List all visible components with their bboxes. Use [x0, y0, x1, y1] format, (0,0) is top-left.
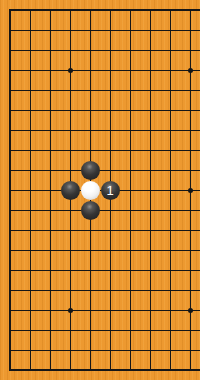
intersection-8-16[interactable] [140, 300, 160, 320]
intersection-2-3[interactable] [20, 40, 40, 60]
intersection-8-15[interactable] [140, 280, 160, 300]
intersection-5-10[interactable] [80, 180, 100, 200]
intersection-5-8[interactable] [80, 140, 100, 160]
intersection-8-3[interactable] [140, 40, 160, 60]
intersection-2-14[interactable] [20, 260, 40, 280]
intersection-7-5[interactable] [120, 80, 140, 100]
intersection-4-7[interactable] [60, 120, 80, 140]
intersection-4-8[interactable] [60, 140, 80, 160]
intersection-9-18[interactable] [160, 340, 180, 360]
intersection-7-17[interactable] [120, 320, 140, 340]
intersection-2-6[interactable] [20, 100, 40, 120]
intersection-9-15[interactable] [160, 280, 180, 300]
intersection-1-6[interactable] [0, 100, 20, 120]
intersection-7-7[interactable] [120, 120, 140, 140]
intersection-7-2[interactable] [120, 20, 140, 40]
intersection-2-11[interactable] [20, 200, 40, 220]
intersection-7-12[interactable] [120, 220, 140, 240]
intersection-9-2[interactable] [160, 20, 180, 40]
star-point [68, 68, 73, 73]
intersection-10-10[interactable] [180, 180, 200, 200]
intersection-7-13[interactable] [120, 240, 140, 260]
intersection-7-3[interactable] [120, 40, 140, 60]
intersection-5-11[interactable] [80, 200, 100, 220]
intersection-5-13[interactable] [80, 240, 100, 260]
intersection-7-10[interactable] [120, 180, 140, 200]
intersection-7-9[interactable] [120, 160, 140, 180]
intersection-10-9[interactable] [180, 160, 200, 180]
intersection-4-15[interactable] [60, 280, 80, 300]
intersection-7-6[interactable] [120, 100, 140, 120]
intersection-6-15[interactable] [100, 280, 120, 300]
intersection-2-1[interactable] [20, 0, 40, 20]
intersection-4-18[interactable] [60, 340, 80, 360]
intersection-10-2[interactable] [180, 20, 200, 40]
intersection-9-6[interactable] [160, 100, 180, 120]
intersection-1-10[interactable] [0, 180, 20, 200]
intersection-8-19[interactable] [140, 360, 160, 380]
intersection-4-12[interactable] [60, 220, 80, 240]
black-stone[interactable] [81, 201, 100, 220]
intersection-1-12[interactable] [0, 220, 20, 240]
intersection-3-19[interactable] [40, 360, 60, 380]
intersection-4-16[interactable] [60, 300, 80, 320]
intersection-6-17[interactable] [100, 320, 120, 340]
intersection-7-15[interactable] [120, 280, 140, 300]
intersection-2-9[interactable] [20, 160, 40, 180]
intersection-3-4[interactable] [40, 60, 60, 80]
white-stone[interactable] [81, 181, 100, 200]
intersection-3-8[interactable] [40, 140, 60, 160]
intersection-9-12[interactable] [160, 220, 180, 240]
intersection-7-4[interactable] [120, 60, 140, 80]
intersection-10-6[interactable] [180, 100, 200, 120]
intersection-9-8[interactable] [160, 140, 180, 160]
intersection-2-10[interactable] [20, 180, 40, 200]
intersection-2-17[interactable] [20, 320, 40, 340]
intersection-2-16[interactable] [20, 300, 40, 320]
intersection-1-15[interactable] [0, 280, 20, 300]
intersection-2-2[interactable] [20, 20, 40, 40]
intersection-1-18[interactable] [0, 340, 20, 360]
intersection-3-9[interactable] [40, 160, 60, 180]
intersection-3-13[interactable] [40, 240, 60, 260]
intersection-3-14[interactable] [40, 260, 60, 280]
intersection-3-6[interactable] [40, 100, 60, 120]
intersection-10-16[interactable] [180, 300, 200, 320]
intersection-3-17[interactable] [40, 320, 60, 340]
intersection-10-17[interactable] [180, 320, 200, 340]
intersection-5-17[interactable] [80, 320, 100, 340]
intersection-5-2[interactable] [80, 20, 100, 40]
intersection-10-19[interactable] [180, 360, 200, 380]
intersection-1-17[interactable] [0, 320, 20, 340]
intersection-6-8[interactable] [100, 140, 120, 160]
intersection-2-4[interactable] [20, 60, 40, 80]
intersection-2-7[interactable] [20, 120, 40, 140]
intersection-9-10[interactable] [160, 180, 180, 200]
intersection-2-13[interactable] [20, 240, 40, 260]
intersection-8-7[interactable] [140, 120, 160, 140]
intersection-10-5[interactable] [180, 80, 200, 100]
intersection-10-11[interactable] [180, 200, 200, 220]
intersection-5-12[interactable] [80, 220, 100, 240]
star-point [188, 308, 193, 313]
intersection-8-1[interactable] [140, 0, 160, 20]
intersection-3-7[interactable] [40, 120, 60, 140]
intersection-10-1[interactable] [180, 0, 200, 20]
intersection-3-18[interactable] [40, 340, 60, 360]
intersection-9-1[interactable] [160, 0, 180, 20]
star-point [188, 188, 193, 193]
intersection-1-14[interactable] [0, 260, 20, 280]
intersection-8-13[interactable] [140, 240, 160, 260]
intersection-10-13[interactable] [180, 240, 200, 260]
intersection-9-4[interactable] [160, 60, 180, 80]
intersection-3-3[interactable] [40, 40, 60, 60]
intersection-3-12[interactable] [40, 220, 60, 240]
intersection-4-4[interactable] [60, 60, 80, 80]
intersection-9-9[interactable] [160, 160, 180, 180]
intersection-1-19[interactable] [0, 360, 20, 380]
intersection-5-19[interactable] [80, 360, 100, 380]
intersection-3-11[interactable] [40, 200, 60, 220]
intersection-5-14[interactable] [80, 260, 100, 280]
intersection-7-18[interactable] [120, 340, 140, 360]
intersection-3-15[interactable] [40, 280, 60, 300]
intersection-9-14[interactable] [160, 260, 180, 280]
intersection-4-14[interactable] [60, 260, 80, 280]
intersection-1-16[interactable] [0, 300, 20, 320]
intersection-4-9[interactable] [60, 160, 80, 180]
intersection-2-8[interactable] [20, 140, 40, 160]
intersection-8-12[interactable] [140, 220, 160, 240]
intersection-9-5[interactable] [160, 80, 180, 100]
intersection-5-9[interactable] [80, 160, 100, 180]
intersection-8-6[interactable] [140, 100, 160, 120]
intersection-3-10[interactable] [40, 180, 60, 200]
intersection-1-5[interactable] [0, 80, 20, 100]
go-diagram: 1 [0, 0, 200, 380]
intersection-4-2[interactable] [60, 20, 80, 40]
intersection-1-2[interactable] [0, 20, 20, 40]
intersection-4-3[interactable] [60, 40, 80, 60]
intersection-6-6[interactable] [100, 100, 120, 120]
intersection-9-16[interactable] [160, 300, 180, 320]
intersection-8-4[interactable] [140, 60, 160, 80]
intersection-4-5[interactable] [60, 80, 80, 100]
intersection-6-16[interactable] [100, 300, 120, 320]
intersection-9-3[interactable] [160, 40, 180, 60]
go-board: 1 [0, 0, 200, 380]
intersection-6-2[interactable] [100, 20, 120, 40]
intersection-10-14[interactable] [180, 260, 200, 280]
intersection-8-10[interactable] [140, 180, 160, 200]
intersection-6-3[interactable] [100, 40, 120, 60]
intersection-3-1[interactable] [40, 0, 60, 20]
intersection-10-12[interactable] [180, 220, 200, 240]
intersection-9-11[interactable] [160, 200, 180, 220]
star-point [68, 308, 73, 313]
intersection-6-4[interactable] [100, 60, 120, 80]
intersection-10-15[interactable] [180, 280, 200, 300]
intersection-2-15[interactable] [20, 280, 40, 300]
intersection-5-7[interactable] [80, 120, 100, 140]
intersection-6-18[interactable] [100, 340, 120, 360]
intersection-4-10[interactable] [60, 180, 80, 200]
intersection-4-6[interactable] [60, 100, 80, 120]
intersection-10-4[interactable] [180, 60, 200, 80]
intersection-6-12[interactable] [100, 220, 120, 240]
intersection-5-16[interactable] [80, 300, 100, 320]
intersection-5-6[interactable] [80, 100, 100, 120]
intersection-6-7[interactable] [100, 120, 120, 140]
intersection-5-18[interactable] [80, 340, 100, 360]
intersection-8-8[interactable] [140, 140, 160, 160]
intersection-6-11[interactable] [100, 200, 120, 220]
intersection-6-14[interactable] [100, 260, 120, 280]
black-stone[interactable] [81, 161, 100, 180]
intersection-4-19[interactable] [60, 360, 80, 380]
intersection-6-10[interactable]: 1 [100, 180, 120, 200]
intersection-8-11[interactable] [140, 200, 160, 220]
intersection-5-5[interactable] [80, 80, 100, 100]
intersection-3-16[interactable] [40, 300, 60, 320]
intersection-3-2[interactable] [40, 20, 60, 40]
intersection-2-5[interactable] [20, 80, 40, 100]
intersection-1-13[interactable] [0, 240, 20, 260]
intersection-2-19[interactable] [20, 360, 40, 380]
intersection-9-7[interactable] [160, 120, 180, 140]
intersection-8-14[interactable] [140, 260, 160, 280]
intersection-7-1[interactable] [120, 0, 140, 20]
intersection-1-1[interactable] [0, 0, 20, 20]
intersection-10-8[interactable] [180, 140, 200, 160]
intersection-8-2[interactable] [140, 20, 160, 40]
intersection-6-5[interactable] [100, 80, 120, 100]
intersection-5-4[interactable] [80, 60, 100, 80]
intersection-10-3[interactable] [180, 40, 200, 60]
intersection-7-11[interactable] [120, 200, 140, 220]
intersection-4-13[interactable] [60, 240, 80, 260]
intersection-3-5[interactable] [40, 80, 60, 100]
star-point [188, 68, 193, 73]
intersection-1-7[interactable] [0, 120, 20, 140]
intersection-6-1[interactable] [100, 0, 120, 20]
intersection-10-18[interactable] [180, 340, 200, 360]
intersection-10-7[interactable] [180, 120, 200, 140]
intersection-1-11[interactable] [0, 200, 20, 220]
intersection-7-8[interactable] [120, 140, 140, 160]
intersection-1-8[interactable] [0, 140, 20, 160]
intersection-6-19[interactable] [100, 360, 120, 380]
intersection-8-5[interactable] [140, 80, 160, 100]
intersection-8-18[interactable] [140, 340, 160, 360]
intersection-5-3[interactable] [80, 40, 100, 60]
black-stone[interactable] [61, 181, 80, 200]
intersection-5-15[interactable] [80, 280, 100, 300]
move-1-stone[interactable]: 1 [101, 181, 120, 200]
move-number-label: 1 [106, 183, 113, 196]
intersection-4-11[interactable] [60, 200, 80, 220]
intersection-9-13[interactable] [160, 240, 180, 260]
intersection-4-1[interactable] [60, 0, 80, 20]
intersection-5-1[interactable] [80, 0, 100, 20]
intersection-6-9[interactable] [100, 160, 120, 180]
intersection-1-4[interactable] [0, 60, 20, 80]
intersection-8-9[interactable] [140, 160, 160, 180]
intersection-1-9[interactable] [0, 160, 20, 180]
intersection-4-17[interactable] [60, 320, 80, 340]
intersection-7-14[interactable] [120, 260, 140, 280]
intersection-7-16[interactable] [120, 300, 140, 320]
intersection-2-18[interactable] [20, 340, 40, 360]
intersection-6-13[interactable] [100, 240, 120, 260]
intersection-9-17[interactable] [160, 320, 180, 340]
intersection-7-19[interactable] [120, 360, 140, 380]
intersection-2-12[interactable] [20, 220, 40, 240]
intersection-8-17[interactable] [140, 320, 160, 340]
intersection-9-19[interactable] [160, 360, 180, 380]
intersection-1-3[interactable] [0, 40, 20, 60]
